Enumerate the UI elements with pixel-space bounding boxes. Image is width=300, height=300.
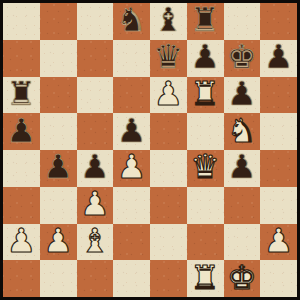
square-c3[interactable]: ♟ (77, 187, 114, 224)
square-f5[interactable] (187, 113, 224, 150)
white-rook: ♜ (190, 260, 220, 295)
square-a1[interactable] (3, 260, 40, 297)
black-pawn: ♟ (264, 40, 294, 75)
square-c6[interactable] (77, 77, 114, 114)
square-d6[interactable] (113, 77, 150, 114)
square-e7[interactable]: ♛ (150, 40, 187, 77)
square-d4[interactable]: ♟ (113, 150, 150, 187)
white-bishop: ♝ (80, 224, 110, 259)
chess-board-frame: ♞♝♜♛♟♚♟♜♟♜♟♟♟♞♟♟♟♛♟♟♟♟♝♟♜♚ (0, 0, 300, 300)
square-e3[interactable] (150, 187, 187, 224)
square-b1[interactable] (40, 260, 77, 297)
black-pawn: ♟ (190, 40, 220, 75)
square-c1[interactable] (77, 260, 114, 297)
square-c8[interactable] (77, 3, 114, 40)
white-pawn: ♟ (80, 187, 110, 222)
square-b3[interactable] (40, 187, 77, 224)
square-f4[interactable]: ♛ (187, 150, 224, 187)
square-b5[interactable] (40, 113, 77, 150)
square-h6[interactable] (260, 77, 297, 114)
square-c4[interactable]: ♟ (77, 150, 114, 187)
square-f8[interactable]: ♜ (187, 3, 224, 40)
square-g3[interactable] (224, 187, 261, 224)
square-d3[interactable] (113, 187, 150, 224)
square-a6[interactable]: ♜ (3, 77, 40, 114)
square-f6[interactable]: ♜ (187, 77, 224, 114)
square-d2[interactable] (113, 224, 150, 261)
square-h1[interactable] (260, 260, 297, 297)
black-pawn: ♟ (80, 150, 110, 185)
square-c5[interactable] (77, 113, 114, 150)
square-g6[interactable]: ♟ (224, 77, 261, 114)
square-g4[interactable]: ♟ (224, 150, 261, 187)
white-king: ♚ (227, 260, 257, 295)
square-f2[interactable] (187, 224, 224, 261)
white-pawn: ♟ (154, 77, 184, 112)
square-e5[interactable] (150, 113, 187, 150)
black-pawn: ♟ (227, 150, 257, 185)
square-b8[interactable] (40, 3, 77, 40)
black-pawn: ♟ (117, 113, 147, 148)
black-rook: ♜ (7, 77, 37, 112)
square-e4[interactable] (150, 150, 187, 187)
square-d5[interactable]: ♟ (113, 113, 150, 150)
square-h3[interactable] (260, 187, 297, 224)
square-f1[interactable]: ♜ (187, 260, 224, 297)
chess-board: ♞♝♜♛♟♚♟♜♟♜♟♟♟♞♟♟♟♛♟♟♟♟♝♟♜♚ (3, 3, 297, 297)
square-c7[interactable] (77, 40, 114, 77)
white-pawn: ♟ (43, 224, 73, 259)
square-e1[interactable] (150, 260, 187, 297)
square-h8[interactable] (260, 3, 297, 40)
square-a8[interactable] (3, 3, 40, 40)
black-bishop: ♝ (154, 3, 184, 38)
black-pawn: ♟ (227, 77, 257, 112)
square-e8[interactable]: ♝ (150, 3, 187, 40)
square-d7[interactable] (113, 40, 150, 77)
square-g5[interactable]: ♞ (224, 113, 261, 150)
black-rook: ♜ (190, 3, 220, 38)
black-knight: ♞ (117, 3, 147, 38)
square-g8[interactable] (224, 3, 261, 40)
square-h7[interactable]: ♟ (260, 40, 297, 77)
square-g1[interactable]: ♚ (224, 260, 261, 297)
white-pawn: ♟ (117, 150, 147, 185)
square-a2[interactable]: ♟ (3, 224, 40, 261)
square-e2[interactable] (150, 224, 187, 261)
white-pawn: ♟ (7, 224, 37, 259)
square-g7[interactable]: ♚ (224, 40, 261, 77)
square-e6[interactable]: ♟ (150, 77, 187, 114)
black-king: ♚ (227, 40, 257, 75)
square-b7[interactable] (40, 40, 77, 77)
square-a7[interactable] (3, 40, 40, 77)
square-d8[interactable]: ♞ (113, 3, 150, 40)
square-a5[interactable]: ♟ (3, 113, 40, 150)
square-b6[interactable] (40, 77, 77, 114)
black-pawn: ♟ (7, 113, 37, 148)
square-a3[interactable] (3, 187, 40, 224)
square-h5[interactable] (260, 113, 297, 150)
square-d1[interactable] (113, 260, 150, 297)
square-c2[interactable]: ♝ (77, 224, 114, 261)
square-f7[interactable]: ♟ (187, 40, 224, 77)
square-f3[interactable] (187, 187, 224, 224)
square-g2[interactable] (224, 224, 261, 261)
white-queen: ♛ (190, 150, 220, 185)
square-h2[interactable]: ♟ (260, 224, 297, 261)
black-pawn: ♟ (43, 150, 73, 185)
white-rook: ♜ (190, 77, 220, 112)
square-b2[interactable]: ♟ (40, 224, 77, 261)
square-h4[interactable] (260, 150, 297, 187)
square-b4[interactable]: ♟ (40, 150, 77, 187)
black-queen: ♛ (154, 40, 184, 75)
square-a4[interactable] (3, 150, 40, 187)
white-knight: ♞ (227, 113, 257, 148)
white-pawn: ♟ (264, 224, 294, 259)
